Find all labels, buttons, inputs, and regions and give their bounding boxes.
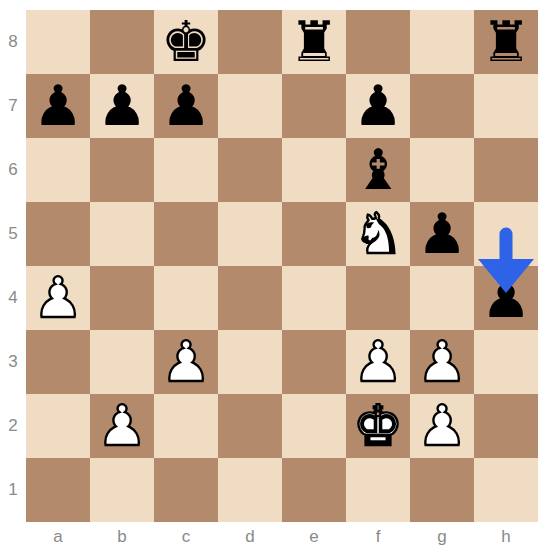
rank-label-4: 4 [0, 266, 26, 330]
rank-label-6: 6 [0, 138, 26, 202]
square-c5[interactable] [154, 202, 218, 266]
square-c4[interactable] [154, 266, 218, 330]
square-h2[interactable] [474, 394, 538, 458]
piece-wP-f3[interactable]: ♟ [346, 330, 410, 394]
piece-bB-f6[interactable]: ♝ [346, 138, 410, 202]
rank-label-2: 2 [0, 394, 26, 458]
square-h3[interactable] [474, 330, 538, 394]
square-g8[interactable] [410, 10, 474, 74]
square-b5[interactable] [90, 202, 154, 266]
square-h8[interactable]: ♜ [474, 10, 538, 74]
piece-bP-h4[interactable]: ♟ [474, 266, 538, 330]
square-a8[interactable] [26, 10, 90, 74]
square-d4[interactable] [218, 266, 282, 330]
square-c7[interactable]: ♟ [154, 74, 218, 138]
square-c1[interactable] [154, 458, 218, 522]
rank-label-5: 5 [0, 202, 26, 266]
square-d3[interactable] [218, 330, 282, 394]
square-f3[interactable]: ♟ [346, 330, 410, 394]
square-f5[interactable]: ♞ [346, 202, 410, 266]
square-a6[interactable] [26, 138, 90, 202]
rank-label-3: 3 [0, 330, 26, 394]
file-label-e: e [282, 522, 346, 552]
square-e1[interactable] [282, 458, 346, 522]
file-label-d: d [218, 522, 282, 552]
square-b1[interactable] [90, 458, 154, 522]
square-e5[interactable] [282, 202, 346, 266]
square-a2[interactable] [26, 394, 90, 458]
square-b2[interactable]: ♟ [90, 394, 154, 458]
square-b8[interactable] [90, 10, 154, 74]
rank-label-1: 1 [0, 458, 26, 522]
square-g1[interactable] [410, 458, 474, 522]
piece-wN-f5[interactable]: ♞ [346, 202, 410, 266]
square-g3[interactable]: ♟ [410, 330, 474, 394]
square-b7[interactable]: ♟ [90, 74, 154, 138]
piece-wP-b2[interactable]: ♟ [90, 394, 154, 458]
piece-bR-e8[interactable]: ♜ [282, 10, 346, 74]
square-h1[interactable] [474, 458, 538, 522]
square-b6[interactable] [90, 138, 154, 202]
square-e4[interactable] [282, 266, 346, 330]
piece-bP-a7[interactable]: ♟ [26, 74, 90, 138]
piece-wP-a4[interactable]: ♟ [26, 266, 90, 330]
square-g4[interactable] [410, 266, 474, 330]
square-c8[interactable]: ♚ [154, 10, 218, 74]
piece-bP-g5[interactable]: ♟ [410, 202, 474, 266]
square-e8[interactable]: ♜ [282, 10, 346, 74]
file-label-h: h [474, 522, 538, 552]
square-a3[interactable] [26, 330, 90, 394]
piece-bP-b7[interactable]: ♟ [90, 74, 154, 138]
piece-wP-c3[interactable]: ♟ [154, 330, 218, 394]
square-b3[interactable] [90, 330, 154, 394]
square-f1[interactable] [346, 458, 410, 522]
square-h6[interactable] [474, 138, 538, 202]
square-b4[interactable] [90, 266, 154, 330]
square-d5[interactable] [218, 202, 282, 266]
square-d8[interactable] [218, 10, 282, 74]
square-c2[interactable] [154, 394, 218, 458]
piece-wP-g3[interactable]: ♟ [410, 330, 474, 394]
piece-bK-c8[interactable]: ♚ [154, 10, 218, 74]
square-d6[interactable] [218, 138, 282, 202]
square-e3[interactable] [282, 330, 346, 394]
square-a5[interactable] [26, 202, 90, 266]
square-g6[interactable] [410, 138, 474, 202]
piece-bP-c7[interactable]: ♟ [154, 74, 218, 138]
square-f6[interactable]: ♝ [346, 138, 410, 202]
file-label-c: c [154, 522, 218, 552]
square-f4[interactable] [346, 266, 410, 330]
piece-wP-g2[interactable]: ♟ [410, 394, 474, 458]
square-e7[interactable] [282, 74, 346, 138]
square-f8[interactable] [346, 10, 410, 74]
square-a4[interactable]: ♟ [26, 266, 90, 330]
square-d7[interactable] [218, 74, 282, 138]
square-d2[interactable] [218, 394, 282, 458]
file-labels: abcdefgh [26, 522, 538, 552]
square-h7[interactable] [474, 74, 538, 138]
chess-board-app: 87654321 ♚♜♜♟♟♟♟♝♞♟♟♟♟♟♟♟♚♟ abcdefgh [0, 0, 556, 552]
square-h4[interactable]: ♟ [474, 266, 538, 330]
square-g7[interactable] [410, 74, 474, 138]
square-d1[interactable] [218, 458, 282, 522]
square-c6[interactable] [154, 138, 218, 202]
piece-bP-f7[interactable]: ♟ [346, 74, 410, 138]
square-g5[interactable]: ♟ [410, 202, 474, 266]
rank-label-8: 8 [0, 10, 26, 74]
rank-labels: 87654321 [0, 10, 26, 522]
piece-bR-h8[interactable]: ♜ [474, 10, 538, 74]
square-g2[interactable]: ♟ [410, 394, 474, 458]
square-a7[interactable]: ♟ [26, 74, 90, 138]
chess-board[interactable]: ♚♜♜♟♟♟♟♝♞♟♟♟♟♟♟♟♚♟ [26, 10, 538, 522]
file-label-a: a [26, 522, 90, 552]
file-label-b: b [90, 522, 154, 552]
piece-wK-f2[interactable]: ♚ [346, 394, 410, 458]
square-e6[interactable] [282, 138, 346, 202]
rank-label-7: 7 [0, 74, 26, 138]
file-label-f: f [346, 522, 410, 552]
square-f7[interactable]: ♟ [346, 74, 410, 138]
square-h5[interactable] [474, 202, 538, 266]
square-c3[interactable]: ♟ [154, 330, 218, 394]
square-a1[interactable] [26, 458, 90, 522]
square-f2[interactable]: ♚ [346, 394, 410, 458]
square-e2[interactable] [282, 394, 346, 458]
file-label-g: g [410, 522, 474, 552]
